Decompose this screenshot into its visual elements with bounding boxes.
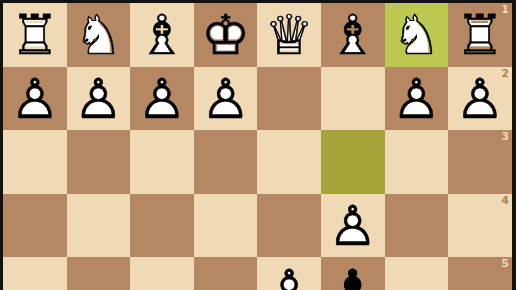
square-e2[interactable]: ♟♙ — [194, 67, 258, 131]
white-pawn-glyph-outline: ♙ — [130, 68, 194, 132]
white-rook[interactable]: ♜♖ — [3, 3, 67, 67]
white-queen[interactable]: ♛♕ — [257, 3, 321, 67]
square-e1[interactable]: ♚♔ — [194, 3, 258, 67]
white-bishop-glyph-outline: ♗ — [130, 4, 194, 68]
square-h4[interactable] — [3, 194, 67, 258]
square-d2[interactable] — [257, 67, 321, 131]
white-knight-glyph-outline: ♘ — [67, 4, 131, 68]
square-c2[interactable] — [321, 67, 385, 131]
square-g5[interactable] — [67, 257, 131, 290]
chess-board: ♜♖♞♘♝♗♚♔♛♕♝♗♞♘♜♖1♟♙♟♙♟♙♟♙♟♙♟♙23♟♙4♟♙♟♟5 — [3, 3, 512, 290]
square-g2[interactable]: ♟♙ — [67, 67, 131, 131]
square-b3[interactable] — [385, 130, 449, 194]
square-c5[interactable]: ♟♟ — [321, 257, 385, 290]
square-f5[interactable] — [130, 257, 194, 290]
white-pawn-glyph-outline: ♙ — [194, 68, 258, 132]
square-e3[interactable] — [194, 130, 258, 194]
square-c1[interactable]: ♝♗ — [321, 3, 385, 67]
square-f4[interactable] — [130, 194, 194, 258]
white-pawn[interactable]: ♟♙ — [130, 67, 194, 131]
rank-label-4: 4 — [501, 195, 508, 206]
white-knight[interactable]: ♞♘ — [385, 3, 449, 67]
white-queen-glyph-outline: ♕ — [257, 4, 321, 68]
square-d4[interactable] — [257, 194, 321, 258]
square-f2[interactable]: ♟♙ — [130, 67, 194, 131]
white-rook-glyph-outline: ♖ — [3, 4, 67, 68]
square-g3[interactable] — [67, 130, 131, 194]
square-e5[interactable] — [194, 257, 258, 290]
rank-label-3: 3 — [501, 131, 508, 142]
square-g1[interactable]: ♞♘ — [67, 3, 131, 67]
square-a3[interactable]: 3 — [448, 130, 512, 194]
square-d3[interactable] — [257, 130, 321, 194]
white-knight[interactable]: ♞♘ — [67, 3, 131, 67]
white-king[interactable]: ♚♔ — [194, 3, 258, 67]
square-b5[interactable] — [385, 257, 449, 290]
square-a2[interactable]: ♟♙2 — [448, 67, 512, 131]
black-pawn-glyph-outline: ♟ — [321, 258, 385, 290]
white-pawn[interactable]: ♟♙ — [194, 67, 258, 131]
square-a5[interactable]: 5 — [448, 257, 512, 290]
white-pawn[interactable]: ♟♙ — [321, 194, 385, 258]
rank-label-2: 2 — [501, 68, 508, 79]
square-b4[interactable] — [385, 194, 449, 258]
square-c3[interactable] — [321, 130, 385, 194]
square-g4[interactable] — [67, 194, 131, 258]
white-pawn-glyph-outline: ♙ — [257, 258, 321, 290]
square-a4[interactable]: 4 — [448, 194, 512, 258]
white-bishop-glyph-outline: ♗ — [321, 4, 385, 68]
white-pawn-glyph-outline: ♙ — [67, 68, 131, 132]
white-pawn-glyph-outline: ♙ — [385, 68, 449, 132]
square-f1[interactable]: ♝♗ — [130, 3, 194, 67]
square-d1[interactable]: ♛♕ — [257, 3, 321, 67]
square-e4[interactable] — [194, 194, 258, 258]
square-c4[interactable]: ♟♙ — [321, 194, 385, 258]
square-f3[interactable] — [130, 130, 194, 194]
white-pawn[interactable]: ♟♙ — [257, 257, 321, 290]
square-h2[interactable]: ♟♙ — [3, 67, 67, 131]
chess-app-window: ♜♖♞♘♝♗♚♔♛♕♝♗♞♘♜♖1♟♙♟♙♟♙♟♙♟♙♟♙23♟♙4♟♙♟♟5 — [0, 0, 516, 290]
square-h3[interactable] — [3, 130, 67, 194]
white-pawn-glyph-outline: ♙ — [3, 68, 67, 132]
square-b1[interactable]: ♞♘ — [385, 3, 449, 67]
white-pawn[interactable]: ♟♙ — [67, 67, 131, 131]
rank-label-1: 1 — [501, 4, 508, 15]
white-knight-glyph-outline: ♘ — [385, 4, 449, 68]
right-edge-strip — [512, 0, 516, 290]
square-a1[interactable]: ♜♖1 — [448, 3, 512, 67]
white-bishop[interactable]: ♝♗ — [130, 3, 194, 67]
white-pawn-glyph-outline: ♙ — [321, 195, 385, 259]
white-pawn[interactable]: ♟♙ — [3, 67, 67, 131]
white-pawn[interactable]: ♟♙ — [385, 67, 449, 131]
white-bishop[interactable]: ♝♗ — [321, 3, 385, 67]
square-b2[interactable]: ♟♙ — [385, 67, 449, 131]
square-h5[interactable] — [3, 257, 67, 290]
square-d5[interactable]: ♟♙ — [257, 257, 321, 290]
rank-label-5: 5 — [501, 258, 508, 269]
black-pawn[interactable]: ♟♟ — [321, 257, 385, 290]
white-king-glyph-outline: ♔ — [194, 4, 258, 68]
square-h1[interactable]: ♜♖ — [3, 3, 67, 67]
